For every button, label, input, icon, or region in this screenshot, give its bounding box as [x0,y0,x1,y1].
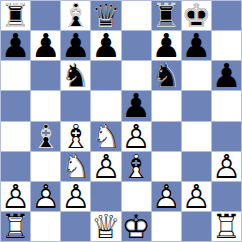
black-pawn-fill: ♟ [91,31,120,60]
black-bishop-outline: ♗ [31,122,60,151]
white-pawn-outline: ♙ [152,182,181,211]
white-pawn-icon[interactable]: ♟♙ [212,152,241,181]
square-b1[interactable] [31,212,60,241]
square-b6[interactable] [31,61,60,90]
white-pawn-outline: ♙ [182,182,211,211]
square-h8[interactable] [212,1,241,30]
square-g2[interactable]: ♟♙ [182,182,211,211]
white-bishop-icon[interactable]: ♝♗ [122,152,151,181]
black-pawn-icon[interactable]: ♟ [1,31,30,60]
square-f5[interactable] [152,91,181,120]
white-rook-icon[interactable]: ♜♖ [1,212,30,241]
black-pawn-icon[interactable]: ♟ [212,61,241,90]
square-h5[interactable] [212,91,241,120]
square-e7[interactable] [122,31,151,60]
square-h1[interactable]: ♜♖ [212,212,241,241]
black-pawn-icon[interactable]: ♟ [182,31,211,60]
black-pawn-fill: ♟ [1,31,30,60]
square-e1[interactable]: ♚♔ [122,212,151,241]
black-pawn-fill: ♟ [31,31,60,60]
chess-board: ♜♖♝♗♛♕♜♖♚♔♟♟♟♟♟♟♞♘♞♘♟♟♝♗♝♗♞♘♟♙♞♘♟♙♝♗♟♙♟♙… [0,0,242,242]
white-pawn-icon[interactable]: ♟♙ [152,182,181,211]
black-pawn-fill: ♟ [212,61,241,90]
square-a4[interactable] [1,122,30,151]
square-b4[interactable]: ♝♗ [31,122,60,151]
white-pawn-icon[interactable]: ♟♙ [61,182,90,211]
black-pawn-fill: ♟ [182,31,211,60]
white-pawn-icon[interactable]: ♟♙ [31,182,60,211]
white-king-outline: ♔ [122,212,151,241]
white-bishop-outline: ♗ [122,152,151,181]
square-c6[interactable]: ♞♘ [61,61,90,90]
square-d1[interactable]: ♛♕ [91,212,120,241]
square-f1[interactable] [152,212,181,241]
square-f6[interactable]: ♞♘ [152,61,181,90]
square-g5[interactable] [182,91,211,120]
square-a5[interactable] [1,91,30,120]
black-knight-outline: ♘ [152,61,181,90]
white-king-icon[interactable]: ♚♔ [122,212,151,241]
white-queen-outline: ♕ [91,212,120,241]
white-rook-outline: ♖ [212,212,241,241]
square-g6[interactable] [182,61,211,90]
square-d6[interactable] [91,61,120,90]
black-knight-icon[interactable]: ♞♘ [152,61,181,90]
black-knight-icon[interactable]: ♞♘ [61,61,90,90]
square-a1[interactable]: ♜♖ [1,212,30,241]
square-b7[interactable]: ♟ [31,31,60,60]
white-pawn-outline: ♙ [61,182,90,211]
square-g1[interactable] [182,212,211,241]
square-a7[interactable]: ♟ [1,31,30,60]
white-rook-icon[interactable]: ♜♖ [212,212,241,241]
square-c2[interactable]: ♟♙ [61,182,90,211]
square-f4[interactable] [152,122,181,151]
square-d7[interactable]: ♟ [91,31,120,60]
square-e3[interactable]: ♝♗ [122,152,151,181]
black-bishop-icon[interactable]: ♝♗ [31,122,60,151]
white-pawn-outline: ♙ [212,152,241,181]
square-a6[interactable] [1,61,30,90]
white-rook-outline: ♖ [1,212,30,241]
white-pawn-icon[interactable]: ♟♙ [91,152,120,181]
black-pawn-icon[interactable]: ♟ [31,31,60,60]
square-g7[interactable]: ♟ [182,31,211,60]
square-e8[interactable] [122,1,151,30]
black-pawn-icon[interactable]: ♟ [91,31,120,60]
square-f2[interactable]: ♟♙ [152,182,181,211]
square-h6[interactable]: ♟ [212,61,241,90]
white-pawn-icon[interactable]: ♟♙ [182,182,211,211]
square-d3[interactable]: ♟♙ [91,152,120,181]
square-c1[interactable] [61,212,90,241]
white-queen-icon[interactable]: ♛♕ [91,212,120,241]
square-h3[interactable]: ♟♙ [212,152,241,181]
square-g4[interactable] [182,122,211,151]
white-pawn-outline: ♙ [91,152,120,181]
square-b2[interactable]: ♟♙ [31,182,60,211]
white-pawn-outline: ♙ [31,182,60,211]
black-knight-outline: ♘ [61,61,90,90]
